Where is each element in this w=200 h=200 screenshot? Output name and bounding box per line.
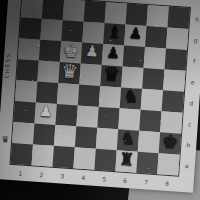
white-king-f3[interactable]: ♚ xyxy=(62,40,80,60)
file-label-b: b xyxy=(181,134,196,156)
square-c5[interactable] xyxy=(97,107,119,129)
square-b8[interactable]: ♚ xyxy=(159,132,181,154)
square-d2[interactable] xyxy=(36,82,58,104)
square-a1[interactable] xyxy=(11,143,33,165)
square-a3[interactable] xyxy=(52,146,74,168)
square-h8[interactable] xyxy=(167,7,189,29)
square-c1[interactable] xyxy=(13,101,35,123)
square-b5[interactable] xyxy=(96,128,118,150)
square-e7[interactable] xyxy=(142,68,164,90)
square-c3[interactable] xyxy=(55,104,77,126)
square-a7[interactable] xyxy=(136,152,158,174)
black-rook-a6[interactable]: ♜ xyxy=(118,150,134,168)
square-d5[interactable] xyxy=(99,86,121,108)
file-label-d: d xyxy=(184,92,199,114)
square-e5[interactable]: ♛ xyxy=(100,65,122,87)
rank-label-8: 8 xyxy=(156,176,178,190)
square-g1[interactable] xyxy=(19,17,41,39)
black-bishop-g5[interactable]: ♝ xyxy=(106,23,122,41)
file-label-a: a xyxy=(179,155,194,177)
black-pawn-f5[interactable]: ♟ xyxy=(106,45,120,61)
file-label-f: f xyxy=(186,50,200,72)
square-d1[interactable] xyxy=(15,80,37,102)
square-h2[interactable] xyxy=(42,0,64,20)
square-c4[interactable] xyxy=(76,105,98,127)
square-f4[interactable]: ♟ xyxy=(81,43,103,65)
square-d7[interactable] xyxy=(141,89,163,111)
file-label-e: e xyxy=(185,71,200,93)
chess-board: CHESS ♛ ♝♟♚♟♟♛♛♞♟♞♚♜ 12345678 hgfedcba xyxy=(0,0,200,193)
black-knight-d6[interactable]: ♞ xyxy=(123,88,139,106)
white-pawn-c2[interactable]: ♟ xyxy=(39,104,53,120)
rank-label-7: 7 xyxy=(135,175,157,189)
square-a5[interactable] xyxy=(94,149,116,171)
square-g5[interactable]: ♝ xyxy=(103,23,125,45)
square-g6[interactable]: ♟ xyxy=(124,25,146,47)
square-e2[interactable] xyxy=(37,61,59,83)
file-label-h: h xyxy=(189,8,200,30)
square-h4[interactable] xyxy=(84,1,106,23)
square-h1[interactable] xyxy=(21,0,43,19)
square-b1[interactable] xyxy=(12,122,34,144)
crown-emblem-icon: ♛ xyxy=(1,134,9,144)
square-a2[interactable] xyxy=(32,144,54,166)
photo-stage: CHESS ♛ ♝♟♚♟♟♛♛♞♟♞♚♜ 12345678 hgfedcba xyxy=(0,0,200,200)
white-queen-e3[interactable]: ♛ xyxy=(60,61,78,81)
square-b4[interactable] xyxy=(75,126,97,148)
rank-label-2: 2 xyxy=(30,167,52,181)
board-emblem: ♛ xyxy=(0,131,12,148)
square-a4[interactable] xyxy=(73,147,95,169)
rank-label-4: 4 xyxy=(72,170,94,184)
square-d6[interactable]: ♞ xyxy=(120,87,142,109)
square-f2[interactable] xyxy=(39,40,61,62)
square-g7[interactable] xyxy=(145,26,167,48)
square-d3[interactable] xyxy=(57,83,79,105)
board-grid: ♝♟♚♟♟♛♛♞♟♞♚♜ xyxy=(11,0,190,176)
square-f7[interactable] xyxy=(144,47,166,69)
file-label-g: g xyxy=(188,29,200,51)
square-d8[interactable] xyxy=(162,90,184,112)
white-pawn-f4[interactable]: ♟ xyxy=(85,44,99,60)
square-e4[interactable] xyxy=(79,64,101,86)
square-b2[interactable] xyxy=(33,123,55,145)
black-pawn-g6[interactable]: ♟ xyxy=(128,26,142,42)
rank-label-6: 6 xyxy=(114,173,136,187)
square-e8[interactable] xyxy=(163,69,185,91)
square-b7[interactable] xyxy=(138,131,160,153)
square-g8[interactable] xyxy=(166,27,188,49)
rank-label-5: 5 xyxy=(93,172,115,186)
square-c2[interactable]: ♟ xyxy=(34,102,56,124)
rank-label-1: 1 xyxy=(10,166,32,180)
square-g4[interactable] xyxy=(82,22,104,44)
square-b3[interactable] xyxy=(54,125,76,147)
black-king-b8[interactable]: ♚ xyxy=(161,132,178,151)
square-h3[interactable] xyxy=(63,0,85,22)
square-f6[interactable] xyxy=(123,46,145,68)
square-a6[interactable]: ♜ xyxy=(115,150,137,172)
square-a8[interactable] xyxy=(157,153,179,175)
square-f1[interactable] xyxy=(18,38,40,60)
square-e3[interactable]: ♛ xyxy=(58,62,80,84)
file-label-c: c xyxy=(182,113,197,135)
square-h7[interactable] xyxy=(147,5,169,27)
black-queen-e5[interactable]: ♛ xyxy=(102,64,120,84)
square-h6[interactable] xyxy=(126,4,148,26)
square-e1[interactable] xyxy=(16,59,38,81)
black-knight-b6[interactable]: ♞ xyxy=(120,130,136,148)
rank-label-3: 3 xyxy=(51,169,73,183)
square-d4[interactable] xyxy=(78,84,100,106)
square-f8[interactable] xyxy=(165,48,187,70)
square-g2[interactable] xyxy=(40,19,62,41)
square-c7[interactable] xyxy=(139,110,161,132)
